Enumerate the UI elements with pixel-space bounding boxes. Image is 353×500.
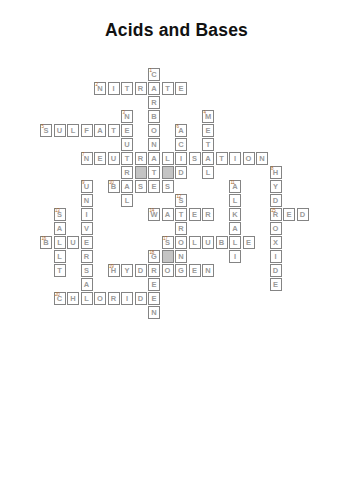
cell-letter: E [124,127,129,135]
grid-cell: D [297,208,309,221]
grid-cell: G [175,264,187,277]
grid-cell: I [175,152,187,165]
cell-letter: R [178,225,183,233]
grid-cell: S17 [162,236,174,249]
cell-letter: N [151,309,156,317]
grid-cell: E [94,152,106,165]
grid-cell: A [94,124,106,137]
grid-cell: U9 [81,180,93,193]
cell-letter: E [246,239,251,247]
clue-number: 4 [204,111,206,116]
grid-cell: Y [121,264,133,277]
grid-cell: N [256,152,268,165]
grid-cell: L [54,250,66,263]
grid-cell: A [81,278,93,291]
grid-cell: N [148,138,160,151]
cell-letter: U [70,239,75,247]
grid-cell: R [202,208,214,221]
grid-cell: L [67,124,79,137]
cell-letter: L [192,239,197,247]
grid-cell: T [54,264,66,277]
grid-cell: O [270,222,282,235]
grid-cell: R [148,96,160,109]
grid-cell: R [135,152,147,165]
clue-number: 15 [271,209,275,214]
grid-cell: N3 [121,110,133,123]
grid-cell: F [81,124,93,137]
grid-cell: A [229,222,241,235]
grid-cell: S [135,180,147,193]
grid-cell: T [216,152,228,165]
grid-cell: D [175,166,187,179]
cell-letter: D [138,295,143,303]
grid-cell: U [67,236,79,249]
grid-cell: H8 [270,166,282,179]
cell-letter: D [273,197,278,205]
cell-letter: L [84,295,89,303]
cell-letter: L [165,155,170,163]
cell-letter: U [124,141,129,149]
grid-cell: E [283,208,295,221]
cell-letter: T [57,267,62,275]
grid-cell: T [121,152,133,165]
clue-number: 14 [150,209,154,214]
grid-cell: E [202,124,214,137]
grid-cell: B10 [108,180,120,193]
cell-letter: X [273,239,278,247]
grid-cell: B [148,110,160,123]
cell-letter: A [84,281,89,289]
grid-cell: L [229,194,241,207]
cell-letter: I [126,295,128,303]
cell-letter: A [151,85,156,93]
grid-cell: A11 [229,180,241,193]
cell-letter: D [138,267,143,275]
cell-letter: A [232,225,237,233]
grid-cell: S5 [40,124,52,137]
grid-cell: N [81,194,93,207]
grid-cell: U [54,124,66,137]
cell-letter: N [97,85,102,93]
grid-cell: R [81,250,93,263]
cell-letter: S [165,183,170,191]
clue-number: 17 [163,237,167,242]
cell-letter: R [138,155,143,163]
cell-letter: I [180,155,182,163]
cell-letter: E [151,183,156,191]
cell-letter: U [205,239,210,247]
cell-letter: S [84,267,89,275]
grid-cell: E [243,236,255,249]
grid-cell: E [175,82,187,95]
grid-cell: A [121,180,133,193]
clue-number: 3 [123,111,125,116]
grid-cell: H19 [108,264,120,277]
grid-cell: N7 [81,152,93,165]
cell-letter: Y [273,183,278,191]
cell-letter: B [151,113,156,121]
clue-number: 10 [109,181,113,186]
cell-letter: R [124,169,129,177]
grid-cell: C20 [54,292,66,305]
cell-letter: A [97,127,102,135]
cell-letter: E [84,239,89,247]
cell-letter: N [124,113,129,121]
grid-cell: Y [270,180,282,193]
grid-cell: I [229,250,241,263]
cell-letter: O [165,267,171,275]
grid-cell: E [189,208,201,221]
cell-letter: H [70,295,75,303]
grid-cell: O [94,292,106,305]
grid-cell: L [202,166,214,179]
grid-cell: I [81,208,93,221]
grid-cell: R15 [270,208,282,221]
cell-letter: B [219,239,224,247]
cell-letter: C [151,71,156,79]
grid-cell: A6 [175,124,187,137]
cell-letter: A [165,211,170,219]
cell-letter: C [178,141,183,149]
cell-letter: T [206,141,211,149]
cell-letter: V [84,225,89,233]
grid-cell: D [135,292,147,305]
grid-cell: N [175,250,187,263]
cell-letter: Y [124,267,129,275]
cell-letter: L [71,127,76,135]
cell-letter: T [165,85,170,93]
grid-cell: T [148,166,160,179]
clue-number: 1 [150,69,152,74]
grid-cell: S13 [54,208,66,221]
grid-cell: R [175,222,187,235]
grid-cell: T [121,82,133,95]
cell-letter: G [178,267,184,275]
grid-cell: O [175,236,187,249]
cell-letter: N [178,253,183,261]
cell-letter: R [151,99,156,107]
clue-number: 18 [150,251,154,256]
clue-number: 9 [82,181,84,186]
cell-letter: L [206,169,211,177]
cell-letter: O [273,225,279,233]
grid-cell: I [229,152,241,165]
grid-cell: X [270,236,282,249]
cell-letter: A [205,155,210,163]
grid-cell: E [270,278,282,291]
grid-cell: A [148,82,160,95]
grid-cell: R [148,264,160,277]
clue-number: 2 [96,83,98,88]
grid-cell: A [148,152,160,165]
grid-cell: L [81,292,93,305]
cell-letter: R [111,295,116,303]
clue-number: 11 [231,181,235,186]
cell-letter: T [152,169,157,177]
grid-cell: T [108,124,120,137]
grid-cell: O [243,152,255,165]
shaded-cell [135,166,147,179]
grid-cell: I [108,82,120,95]
grid-cell: I [270,250,282,263]
crossword-grid: C1N2ITRATERN3BM4S5ULFATEOA6EUNCTN7EUTRAL… [40,68,309,319]
grid-cell: G18 [148,250,160,263]
grid-cell: L [54,236,66,249]
grid-cell: L [121,194,133,207]
cell-letter: O [97,295,103,303]
grid-cell: T [175,208,187,221]
grid-cell: S [81,264,93,277]
cell-letter: N [259,155,264,163]
cell-letter: N [151,141,156,149]
grid-cell: S12 [175,194,187,207]
cell-letter: O [151,127,157,135]
cell-letter: U [84,183,89,191]
cell-letter: L [57,253,62,261]
grid-cell: I [121,292,133,305]
cell-letter: A [151,155,156,163]
cell-letter: E [286,211,291,219]
grid-cell: A [54,222,66,235]
grid-cell: B16 [40,236,52,249]
clue-number: 16 [42,237,46,242]
cell-letter: I [85,211,87,219]
grid-cell: T [162,82,174,95]
grid-cell: C1 [148,68,160,81]
cell-letter: T [111,127,116,135]
grid-cell: B [216,236,228,249]
cell-letter: R [138,85,143,93]
grid-cell: E [189,264,201,277]
grid-cell: E [148,278,160,291]
clue-number: 5 [42,125,44,130]
grid-cell: N2 [94,82,106,95]
grid-cell: M4 [202,110,214,123]
cell-letter: D [178,169,183,177]
grid-cell: S [189,152,201,165]
grid-cell: L [189,236,201,249]
cell-letter: E [192,211,197,219]
cell-letter: S [138,183,143,191]
clue-number: 6 [177,125,179,130]
grid-cell: H [67,292,79,305]
cell-letter: S [192,155,197,163]
grid-cell: N [202,264,214,277]
grid-cell: U [121,138,133,151]
grid-cell: R [135,82,147,95]
grid-cell: U [202,236,214,249]
cell-letter: R [84,253,89,261]
clue-number: 20 [55,293,59,298]
cell-letter: A [124,183,129,191]
grid-cell: V [81,222,93,235]
grid-cell: C [175,138,187,151]
cell-letter: E [178,85,183,93]
cell-letter: N [205,267,210,275]
cell-letter: T [219,155,224,163]
cell-letter: E [205,127,210,135]
grid-cell: N [148,306,160,319]
cell-letter: K [232,211,237,219]
grid-cell: E [121,124,133,137]
grid-cell: A [162,208,174,221]
cell-letter: E [97,155,102,163]
cell-letter: U [57,127,62,135]
grid-cell: L [162,152,174,165]
cell-letter: I [234,155,236,163]
cell-letter: I [274,253,276,261]
cell-letter: E [273,281,278,289]
cell-letter: E [151,281,156,289]
grid-cell: D [270,194,282,207]
cell-letter: A [178,127,183,135]
grid-cell: A [202,152,214,165]
grid-cell: O [148,124,160,137]
grid-cell: O [162,264,174,277]
grid-cell: D [135,264,147,277]
grid-cell: E [148,180,160,193]
cell-letter: L [57,239,62,247]
cell-letter: I [112,85,114,93]
grid-cell: S [162,180,174,193]
clue-number: 12 [177,195,181,200]
grid-cell: W14 [148,208,160,221]
grid-cell: E [148,292,160,305]
cell-letter: T [125,85,130,93]
clue-number: 7 [82,153,84,158]
cell-letter: I [234,253,236,261]
grid-cell: K [229,208,241,221]
cell-letter: L [233,239,238,247]
shaded-cell [162,166,174,179]
grid-cell: R [108,292,120,305]
cell-letter: E [151,295,156,303]
cell-letter: E [192,267,197,275]
grid-cell: R [121,166,133,179]
grid-cell: L [229,236,241,249]
clue-number: 8 [271,167,273,172]
clue-number: 13 [55,209,59,214]
grid-cell: U [108,152,120,165]
cell-letter: T [125,155,130,163]
page-title: Acids and Bases [0,20,353,41]
cell-letter: A [57,225,62,233]
crossword-page: Acids and Bases C1N2ITRATERN3BM4S5ULFATE… [0,0,353,500]
cell-letter: N [84,155,89,163]
cell-letter: T [179,211,184,219]
cell-letter: R [151,267,156,275]
cell-letter: D [300,211,305,219]
shaded-cell [162,250,174,263]
cell-letter: R [205,211,210,219]
grid-cell: E [81,236,93,249]
clue-number: 19 [109,265,113,270]
cell-letter: D [273,267,278,275]
cell-letter: U [111,155,116,163]
cell-letter: N [84,197,89,205]
cell-letter: S [43,127,48,135]
grid-cell: T [202,138,214,151]
cell-letter: F [84,127,89,135]
cell-letter: O [178,239,184,247]
grid-cell: D [270,264,282,277]
cell-letter: L [125,197,130,205]
cell-letter: O [246,155,252,163]
cell-letter: H [273,169,278,177]
cell-letter: L [233,197,238,205]
